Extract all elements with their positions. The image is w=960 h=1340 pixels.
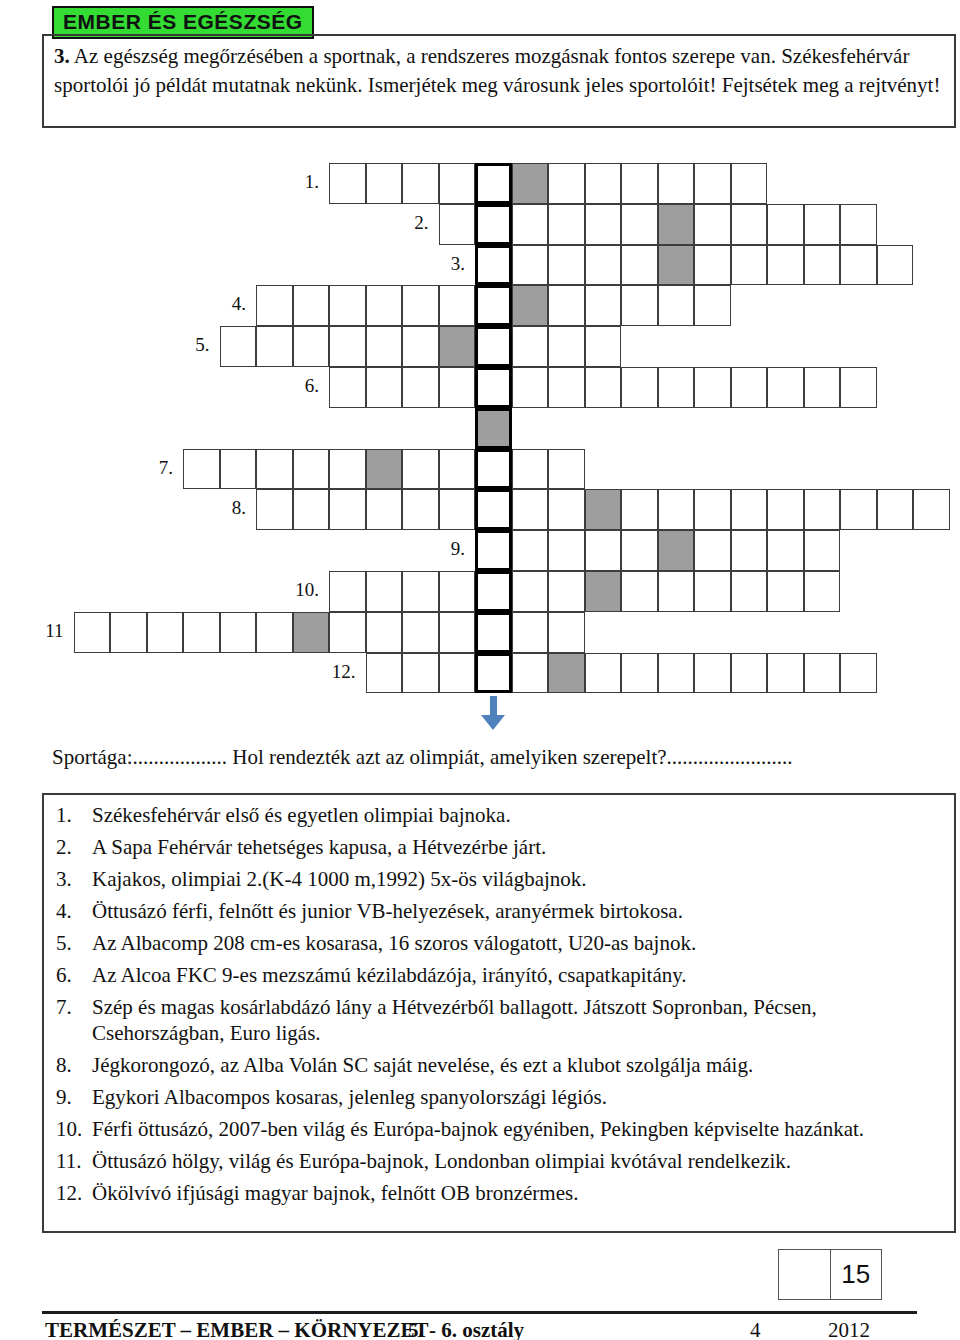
solution-column-cell[interactable] [475, 326, 512, 367]
grid-cell[interactable] [512, 530, 549, 571]
grid-cell[interactable] [402, 449, 439, 490]
grid-cell[interactable] [731, 204, 768, 245]
solution-column-cell[interactable] [475, 204, 512, 245]
grid-cell[interactable] [548, 245, 585, 286]
solution-column-cell[interactable] [475, 653, 512, 694]
clue-box: 1.Székesfehérvár első és egyetlen olimpi… [42, 793, 956, 1233]
grid-cell[interactable] [585, 530, 622, 571]
gray-cell[interactable] [658, 204, 695, 245]
clue-number: 2. [56, 834, 92, 860]
clue-text: Egykori Albacompos kosaras, jelenleg spa… [92, 1084, 940, 1110]
grid-cell[interactable] [548, 285, 585, 326]
grid-cell[interactable] [256, 612, 293, 653]
grid-cell[interactable] [329, 571, 366, 612]
grid-cell[interactable] [329, 163, 366, 204]
grid-cell[interactable] [439, 653, 476, 694]
footer-page-number: 4 [750, 1318, 761, 1340]
grid-cell[interactable] [512, 326, 549, 367]
grid-cell[interactable] [402, 163, 439, 204]
clue-item: 3.Kajakos, olimpiai 2.(K-4 1000 m,1992) … [56, 866, 940, 892]
grid-cell[interactable] [621, 285, 658, 326]
grid-cell[interactable] [439, 285, 476, 326]
grid-cell[interactable] [548, 204, 585, 245]
grid-cell[interactable] [913, 489, 950, 530]
grid-cell[interactable] [329, 489, 366, 530]
grid-cell[interactable] [658, 367, 695, 408]
grid-cell[interactable] [512, 612, 549, 653]
grid-cell[interactable] [621, 653, 658, 694]
clue-text: Öttusázó hölgy, világ és Európa-bajnok, … [92, 1148, 940, 1174]
grid-cell[interactable] [731, 367, 768, 408]
grid-cell[interactable] [877, 245, 914, 286]
grid-cell[interactable] [840, 204, 877, 245]
grid-cell[interactable] [840, 245, 877, 286]
gray-cell[interactable] [293, 612, 330, 653]
grid-cell[interactable] [329, 285, 366, 326]
grid-cell[interactable] [402, 612, 439, 653]
clue-text: Férfi öttusázó, 2007-ben világ és Európa… [92, 1116, 940, 1142]
row-label: 6. [275, 375, 319, 397]
grid-cell[interactable] [366, 326, 403, 367]
grid-cell[interactable] [512, 489, 549, 530]
grid-cell[interactable] [840, 653, 877, 694]
grid-cell[interactable] [402, 285, 439, 326]
grid-cell[interactable] [512, 571, 549, 612]
grid-cell[interactable] [731, 163, 768, 204]
grid-cell[interactable] [694, 367, 731, 408]
clue-text: Az Alcoa FKC 9-es mezszámú kézilabdázója… [92, 962, 940, 988]
arrow-shaft [490, 696, 497, 716]
grid-cell[interactable] [439, 612, 476, 653]
page-number-right-cell: 15 [831, 1250, 882, 1299]
grid-cell[interactable] [220, 612, 257, 653]
solution-column-cell[interactable] [475, 245, 512, 286]
grid-cell[interactable] [804, 204, 841, 245]
grid-cell[interactable] [658, 163, 695, 204]
grid-cell[interactable] [548, 530, 585, 571]
grid-cell[interactable] [767, 245, 804, 286]
grid-cell[interactable] [804, 530, 841, 571]
solution-column-cell[interactable] [475, 163, 512, 204]
clue-number: 11. [56, 1148, 92, 1174]
clue-item: 12.Ökölvívó ifjúsági magyar bajnok, feln… [56, 1180, 940, 1206]
clue-item: 11.Öttusázó hölgy, világ és Európa-bajno… [56, 1148, 940, 1174]
grid-cell[interactable] [585, 285, 622, 326]
grid-cell[interactable] [767, 367, 804, 408]
clue-item: 6.Az Alcoa FKC 9-es mezszámú kézilabdázó… [56, 962, 940, 988]
grid-cell[interactable] [694, 163, 731, 204]
clue-text: A Sapa Fehérvár tehetséges kapusa, a Hét… [92, 834, 940, 860]
grid-cell[interactable] [767, 489, 804, 530]
grid-cell[interactable] [439, 163, 476, 204]
grid-cell[interactable] [512, 449, 549, 490]
clue-number: 7. [56, 994, 92, 1046]
clue-text: Az Albacomp 208 cm-es kosarasa, 16 szoro… [92, 930, 940, 956]
grid-cell[interactable] [767, 653, 804, 694]
grid-cell[interactable] [402, 571, 439, 612]
clue-number: 9. [56, 1084, 92, 1110]
clue-item: 9.Egykori Albacompos kosaras, jelenleg s… [56, 1084, 940, 1110]
grid-cell[interactable] [658, 571, 695, 612]
grid-cell[interactable] [366, 163, 403, 204]
clue-text: Kajakos, olimpiai 2.(K-4 1000 m,1992) 5x… [92, 866, 940, 892]
row-label: 10. [275, 579, 319, 601]
clue-number: 3. [56, 866, 92, 892]
grid-cell[interactable] [731, 653, 768, 694]
grid-cell[interactable] [512, 245, 549, 286]
grid-cell[interactable] [329, 367, 366, 408]
gray-cell[interactable] [512, 163, 549, 204]
grid-cell[interactable] [548, 571, 585, 612]
row-label: 2. [385, 212, 429, 234]
grid-cell[interactable] [621, 245, 658, 286]
crossword-grid: 1.2.3.4.5.6.7.8.9.10.1112. [0, 0, 960, 745]
grid-cell[interactable] [585, 245, 622, 286]
grid-cell[interactable] [585, 326, 622, 367]
clue-number: 6. [56, 962, 92, 988]
grid-cell[interactable] [621, 367, 658, 408]
grid-cell[interactable] [804, 571, 841, 612]
grid-cell[interactable] [694, 653, 731, 694]
grid-cell[interactable] [512, 653, 549, 694]
solution-column-cell[interactable] [475, 612, 512, 653]
grid-cell[interactable] [220, 449, 257, 490]
grid-cell[interactable] [548, 367, 585, 408]
grid-cell[interactable] [402, 489, 439, 530]
grid-cell[interactable] [366, 612, 403, 653]
grid-cell[interactable] [621, 163, 658, 204]
grid-cell[interactable] [548, 449, 585, 490]
row-label: 4. [202, 293, 246, 315]
grid-cell[interactable] [621, 489, 658, 530]
grid-cell[interactable] [658, 285, 695, 326]
gray-cell[interactable] [585, 489, 622, 530]
grid-cell[interactable] [840, 367, 877, 408]
grid-cell[interactable] [548, 612, 585, 653]
grid-cell[interactable] [621, 571, 658, 612]
row-label: 5. [166, 334, 210, 356]
gray-cell[interactable] [658, 530, 695, 571]
clue-text: Öttusázó férfi, felnőtt és junior VB-hel… [92, 898, 940, 924]
grid-cell[interactable] [439, 449, 476, 490]
row-label: 11 [20, 620, 64, 642]
grid-cell[interactable] [694, 571, 731, 612]
grid-cell[interactable] [439, 367, 476, 408]
grid-cell[interactable] [621, 530, 658, 571]
grid-cell[interactable] [548, 326, 585, 367]
down-arrow-icon [481, 696, 505, 730]
grid-cell[interactable] [256, 449, 293, 490]
clue-number: 10. [56, 1116, 92, 1142]
grid-cell[interactable] [329, 612, 366, 653]
grid-cell[interactable] [293, 285, 330, 326]
grid-cell[interactable] [256, 285, 293, 326]
gray-cell[interactable] [512, 285, 549, 326]
grid-cell[interactable] [585, 163, 622, 204]
grid-cell[interactable] [366, 653, 403, 694]
grid-cell[interactable] [767, 571, 804, 612]
clue-text: Ökölvívó ifjúsági magyar bajnok, felnőtt… [92, 1180, 940, 1206]
clue-item: 4.Öttusázó férfi, felnőtt és junior VB-h… [56, 898, 940, 924]
grid-cell[interactable] [767, 530, 804, 571]
grid-cell[interactable] [731, 530, 768, 571]
footer-series-title: TERMÉSZET – EMBER – KÖRNYEZET [45, 1318, 429, 1340]
row-label: 1. [275, 171, 319, 193]
footer-rule [42, 1311, 917, 1314]
grid-cell[interactable] [439, 489, 476, 530]
clue-text: Jégkorongozó, az Alba Volán SC saját nev… [92, 1052, 940, 1078]
gray-cell[interactable] [366, 449, 403, 490]
grid-cell[interactable] [512, 367, 549, 408]
clue-number: 4. [56, 898, 92, 924]
grid-cell[interactable] [366, 571, 403, 612]
grid-cell[interactable] [74, 612, 111, 653]
solution-column-cell[interactable] [475, 449, 512, 490]
page-number-left-cell [779, 1250, 831, 1299]
grid-cell[interactable] [767, 204, 804, 245]
clue-text: Székesfehérvár első és egyetlen olimpiai… [92, 802, 940, 828]
arrow-head [481, 715, 505, 730]
solution-column-cell[interactable] [475, 285, 512, 326]
grid-cell[interactable] [548, 163, 585, 204]
clue-number: 12. [56, 1180, 92, 1206]
gray-cell[interactable] [658, 245, 695, 286]
clue-item: 7.Szép és magas kosárlabdázó lány a Hétv… [56, 994, 940, 1046]
grid-cell[interactable] [366, 285, 403, 326]
grid-cell[interactable] [293, 326, 330, 367]
grid-cell[interactable] [877, 489, 914, 530]
grid-cell[interactable] [804, 245, 841, 286]
grid-cell[interactable] [694, 489, 731, 530]
grid-cell[interactable] [585, 367, 622, 408]
grid-cell[interactable] [840, 489, 877, 530]
answer-line: Sportága:.................. Hol rendezté… [52, 745, 952, 770]
clue-item: 1.Székesfehérvár első és egyetlen olimpi… [56, 802, 940, 828]
grid-cell[interactable] [110, 612, 147, 653]
grid-cell[interactable] [183, 449, 220, 490]
clue-item: 10.Férfi öttusázó, 2007-ben világ és Eur… [56, 1116, 940, 1142]
grid-cell[interactable] [548, 489, 585, 530]
clue-number: 1. [56, 802, 92, 828]
gray-cell[interactable] [585, 571, 622, 612]
solution-column-cell[interactable] [475, 571, 512, 612]
row-label: 12. [312, 661, 356, 683]
grid-cell[interactable] [402, 367, 439, 408]
gray-cell[interactable] [439, 326, 476, 367]
grid-cell[interactable] [402, 653, 439, 694]
grid-cell[interactable] [804, 653, 841, 694]
grid-cell[interactable] [439, 204, 476, 245]
solution-column-cell[interactable] [475, 489, 512, 530]
clue-number: 8. [56, 1052, 92, 1078]
grid-cell[interactable] [293, 489, 330, 530]
row-label: 7. [129, 457, 173, 479]
row-label: 3. [421, 253, 465, 275]
grid-cell[interactable] [256, 489, 293, 530]
solution-column-cell[interactable] [475, 367, 512, 408]
grid-cell[interactable] [585, 204, 622, 245]
grid-cell[interactable] [694, 204, 731, 245]
clue-item: 5.Az Albacomp 208 cm-es kosarasa, 16 szo… [56, 930, 940, 956]
grid-cell[interactable] [804, 367, 841, 408]
grid-cell[interactable] [439, 571, 476, 612]
grid-cell[interactable] [366, 489, 403, 530]
grid-cell[interactable] [731, 571, 768, 612]
grid-cell[interactable] [621, 204, 658, 245]
grid-cell[interactable] [694, 245, 731, 286]
grid-cell[interactable] [694, 530, 731, 571]
grid-cell[interactable] [512, 204, 549, 245]
grid-cell[interactable] [731, 245, 768, 286]
footer-year: 2012 [828, 1318, 870, 1340]
clue-item: 8.Jégkorongozó, az Alba Volán SC saját n… [56, 1052, 940, 1078]
grid-cell[interactable] [731, 489, 768, 530]
grid-cell[interactable] [329, 326, 366, 367]
grid-cell[interactable] [804, 489, 841, 530]
grid-cell[interactable] [329, 449, 366, 490]
grid-cell[interactable] [585, 653, 622, 694]
gray-cell[interactable] [548, 653, 585, 694]
clue-number: 5. [56, 930, 92, 956]
grid-cell[interactable] [147, 612, 184, 653]
footer-grade: 5. - 6. osztály [408, 1318, 524, 1340]
grid-cell[interactable] [658, 489, 695, 530]
grid-cell[interactable] [366, 367, 403, 408]
grid-cell[interactable] [256, 326, 293, 367]
solution-column-cell[interactable] [475, 408, 512, 449]
row-label: 8. [202, 497, 246, 519]
clue-text: Szép és magas kosárlabdázó lány a Hétvez… [92, 994, 940, 1046]
grid-cell[interactable] [402, 326, 439, 367]
clue-item: 2.A Sapa Fehérvár tehetséges kapusa, a H… [56, 834, 940, 860]
page-number-box: 15 [778, 1249, 882, 1300]
worksheet-page: EMBER ÉS EGÉSZSÉG 3. Az egészség megőrzé… [0, 0, 960, 1340]
grid-cell[interactable] [220, 326, 257, 367]
row-label: 9. [421, 538, 465, 560]
grid-cell[interactable] [658, 653, 695, 694]
grid-cell[interactable] [183, 612, 220, 653]
grid-cell[interactable] [694, 285, 731, 326]
grid-cell[interactable] [293, 449, 330, 490]
solution-column-cell[interactable] [475, 530, 512, 571]
